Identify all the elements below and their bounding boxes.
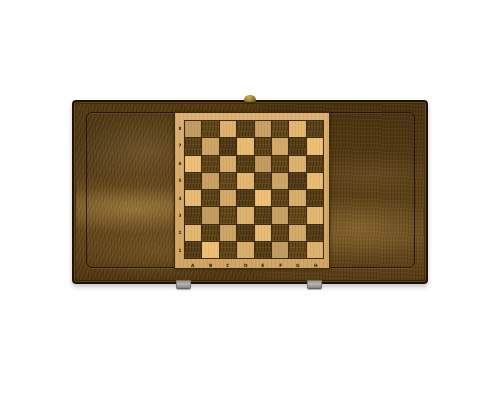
square-c8	[220, 121, 236, 137]
square-b5	[202, 173, 218, 189]
square-f4	[272, 190, 288, 206]
rank-label: 8	[177, 122, 183, 135]
square-b3	[202, 207, 218, 223]
square-c4	[220, 190, 236, 206]
square-f1	[272, 242, 288, 258]
square-g2	[289, 225, 305, 241]
square-h4	[307, 190, 323, 206]
square-a2	[185, 225, 201, 241]
square-g8	[289, 121, 305, 137]
square-g7	[289, 138, 305, 154]
file-label: F	[274, 262, 287, 268]
rank-label: 2	[177, 227, 183, 240]
square-d4	[237, 190, 253, 206]
square-d3	[237, 207, 253, 223]
chessboard-inlay: 87654321 ABCDEFGH	[174, 112, 330, 269]
rank-label: 5	[177, 175, 183, 188]
square-b8	[202, 121, 218, 137]
square-h1	[307, 242, 323, 258]
square-g3	[289, 207, 305, 223]
photo-background: 87654321 ABCDEFGH	[0, 0, 500, 400]
square-a5	[185, 173, 201, 189]
square-c5	[220, 173, 236, 189]
brass-clasp	[244, 95, 256, 102]
file-label: C	[221, 262, 234, 268]
square-c7	[220, 138, 236, 154]
square-f6	[272, 156, 288, 172]
square-g4	[289, 190, 305, 206]
square-h7	[307, 138, 323, 154]
square-h5	[307, 173, 323, 189]
square-e5	[255, 173, 271, 189]
square-c3	[220, 207, 236, 223]
file-label: B	[204, 262, 217, 268]
rank-label: 4	[177, 192, 183, 205]
square-b2	[202, 225, 218, 241]
file-label: A	[186, 262, 199, 268]
chess-box-lid: 87654321 ABCDEFGH	[72, 100, 428, 284]
square-h6	[307, 156, 323, 172]
square-e4	[255, 190, 271, 206]
rank-label: 1	[177, 244, 183, 257]
square-h2	[307, 225, 323, 241]
square-g1	[289, 242, 305, 258]
square-a8	[185, 121, 201, 137]
file-label: D	[239, 262, 252, 268]
hinge-left	[176, 280, 191, 289]
square-d5	[237, 173, 253, 189]
square-a1	[185, 242, 201, 258]
square-b1	[202, 242, 218, 258]
square-c6	[220, 156, 236, 172]
square-f3	[272, 207, 288, 223]
square-g5	[289, 173, 305, 189]
square-d2	[237, 225, 253, 241]
square-e6	[255, 156, 271, 172]
square-d6	[237, 156, 253, 172]
square-a3	[185, 207, 201, 223]
square-d8	[237, 121, 253, 137]
file-label: E	[256, 262, 269, 268]
square-b7	[202, 138, 218, 154]
square-h3	[307, 207, 323, 223]
square-b4	[202, 190, 218, 206]
square-e1	[255, 242, 271, 258]
file-labels: ABCDEFGH	[184, 261, 324, 269]
square-a4	[185, 190, 201, 206]
square-e8	[255, 121, 271, 137]
square-b6	[202, 156, 218, 172]
square-g6	[289, 156, 305, 172]
square-e3	[255, 207, 271, 223]
square-d1	[237, 242, 253, 258]
rank-label: 6	[177, 157, 183, 170]
rank-label: 7	[177, 140, 183, 153]
square-c1	[220, 242, 236, 258]
rank-labels: 87654321	[176, 120, 184, 259]
file-label: G	[291, 262, 304, 268]
square-f5	[272, 173, 288, 189]
board-grid	[184, 120, 324, 259]
file-label: H	[309, 262, 322, 268]
square-c2	[220, 225, 236, 241]
square-d7	[237, 138, 253, 154]
square-f7	[272, 138, 288, 154]
rank-label: 3	[177, 209, 183, 222]
square-e7	[255, 138, 271, 154]
square-a6	[185, 156, 201, 172]
square-a7	[185, 138, 201, 154]
hinge-right	[307, 280, 322, 289]
square-h8	[307, 121, 323, 137]
square-f2	[272, 225, 288, 241]
square-e2	[255, 225, 271, 241]
square-f8	[272, 121, 288, 137]
